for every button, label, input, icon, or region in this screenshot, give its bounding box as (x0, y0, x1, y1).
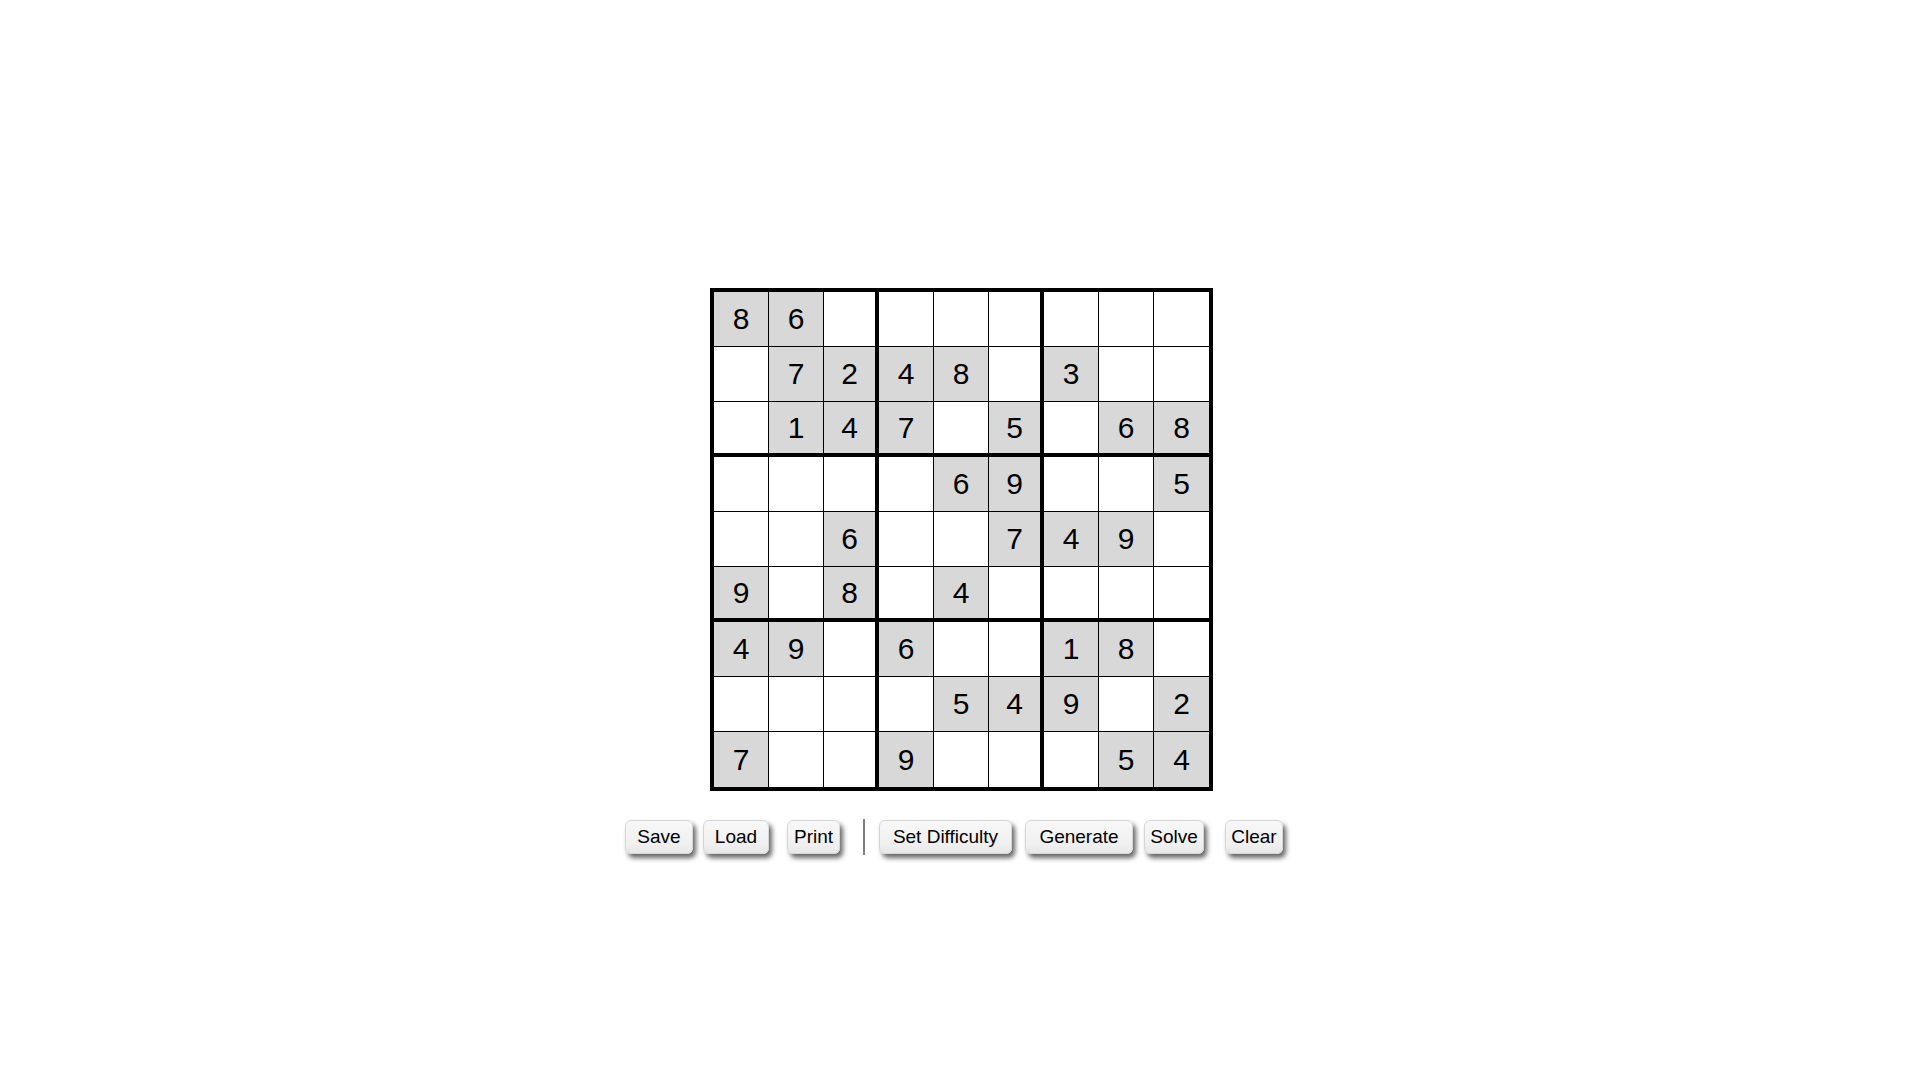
cell-r6c9[interactable] (1154, 567, 1209, 622)
cell-r9c8[interactable]: 5 (1099, 732, 1154, 787)
cell-r5c9[interactable] (1154, 512, 1209, 567)
cell-r6c8[interactable] (1099, 567, 1154, 622)
cell-r3c8[interactable]: 6 (1099, 402, 1154, 457)
cell-r2c4[interactable]: 4 (879, 347, 934, 402)
cell-r6c6[interactable] (989, 567, 1044, 622)
cell-r5c1[interactable] (714, 512, 769, 567)
cell-r7c4[interactable]: 6 (879, 622, 934, 677)
cell-r2c8[interactable] (1099, 347, 1154, 402)
cell-r8c2[interactable] (769, 677, 824, 732)
cell-r9c4[interactable]: 9 (879, 732, 934, 787)
cell-r1c7[interactable] (1044, 292, 1099, 347)
cell-r8c5[interactable]: 5 (934, 677, 989, 732)
toolbar: Save Load Print Set Difficulty Generate … (0, 820, 1920, 870)
cell-r1c4[interactable] (879, 292, 934, 347)
cell-r5c5[interactable] (934, 512, 989, 567)
cell-r5c2[interactable] (769, 512, 824, 567)
cell-r3c1[interactable] (714, 402, 769, 457)
clear-button[interactable]: Clear (1225, 820, 1283, 854)
cell-r4c7[interactable] (1044, 457, 1099, 512)
cell-r6c1[interactable]: 9 (714, 567, 769, 622)
cell-r8c8[interactable] (1099, 677, 1154, 732)
cell-r2c2[interactable]: 7 (769, 347, 824, 402)
cell-r7c5[interactable] (934, 622, 989, 677)
cell-r8c3[interactable] (824, 677, 879, 732)
cell-r2c3[interactable]: 2 (824, 347, 879, 402)
cell-r1c8[interactable] (1099, 292, 1154, 347)
cell-r4c3[interactable] (824, 457, 879, 512)
cell-r2c9[interactable] (1154, 347, 1209, 402)
cell-r3c7[interactable] (1044, 402, 1099, 457)
cell-r1c6[interactable] (989, 292, 1044, 347)
cell-r1c9[interactable] (1154, 292, 1209, 347)
cell-r7c8[interactable]: 8 (1099, 622, 1154, 677)
cell-r2c6[interactable] (989, 347, 1044, 402)
cell-r5c6[interactable]: 7 (989, 512, 1044, 567)
cell-r7c7[interactable]: 1 (1044, 622, 1099, 677)
cell-r7c9[interactable] (1154, 622, 1209, 677)
cell-r7c6[interactable] (989, 622, 1044, 677)
cell-r5c3[interactable]: 6 (824, 512, 879, 567)
cell-r1c3[interactable] (824, 292, 879, 347)
toolbar-separator (863, 819, 865, 855)
cell-r3c4[interactable]: 7 (879, 402, 934, 457)
cell-r4c4[interactable] (879, 457, 934, 512)
cell-r9c6[interactable] (989, 732, 1044, 787)
set-difficulty-button[interactable]: Set Difficulty (879, 820, 1012, 854)
cell-r5c8[interactable]: 9 (1099, 512, 1154, 567)
sudoku-board: 867248314756869567499844961854927954 (710, 288, 1213, 791)
cell-r4c8[interactable] (1099, 457, 1154, 512)
cell-r9c1[interactable]: 7 (714, 732, 769, 787)
cell-r2c1[interactable] (714, 347, 769, 402)
cell-r5c7[interactable]: 4 (1044, 512, 1099, 567)
save-button[interactable]: Save (625, 820, 693, 854)
cell-r7c2[interactable]: 9 (769, 622, 824, 677)
cell-r9c3[interactable] (824, 732, 879, 787)
cell-r9c5[interactable] (934, 732, 989, 787)
cell-r9c2[interactable] (769, 732, 824, 787)
cell-r9c7[interactable] (1044, 732, 1099, 787)
cell-r6c3[interactable]: 8 (824, 567, 879, 622)
cell-r1c2[interactable]: 6 (769, 292, 824, 347)
cell-r8c6[interactable]: 4 (989, 677, 1044, 732)
print-button[interactable]: Print (787, 820, 840, 854)
cell-r3c6[interactable]: 5 (989, 402, 1044, 457)
cell-r4c6[interactable]: 9 (989, 457, 1044, 512)
cell-r4c5[interactable]: 6 (934, 457, 989, 512)
cell-r3c2[interactable]: 1 (769, 402, 824, 457)
cell-r2c5[interactable]: 8 (934, 347, 989, 402)
cell-r2c7[interactable]: 3 (1044, 347, 1099, 402)
cell-r4c9[interactable]: 5 (1154, 457, 1209, 512)
cell-r1c5[interactable] (934, 292, 989, 347)
cell-r4c1[interactable] (714, 457, 769, 512)
cell-r6c5[interactable]: 4 (934, 567, 989, 622)
load-button[interactable]: Load (703, 820, 769, 854)
cell-r8c9[interactable]: 2 (1154, 677, 1209, 732)
cell-r6c7[interactable] (1044, 567, 1099, 622)
cell-r7c3[interactable] (824, 622, 879, 677)
cell-r8c4[interactable] (879, 677, 934, 732)
solve-button[interactable]: Solve (1144, 820, 1204, 854)
cell-r3c3[interactable]: 4 (824, 402, 879, 457)
cell-r5c4[interactable] (879, 512, 934, 567)
cell-r8c7[interactable]: 9 (1044, 677, 1099, 732)
cell-r3c9[interactable]: 8 (1154, 402, 1209, 457)
cell-r8c1[interactable] (714, 677, 769, 732)
cell-r9c9[interactable]: 4 (1154, 732, 1209, 787)
cell-r7c1[interactable]: 4 (714, 622, 769, 677)
cell-r6c2[interactable] (769, 567, 824, 622)
cell-r3c5[interactable] (934, 402, 989, 457)
generate-button[interactable]: Generate (1025, 820, 1133, 854)
cell-r4c2[interactable] (769, 457, 824, 512)
cell-r6c4[interactable] (879, 567, 934, 622)
cell-r1c1[interactable]: 8 (714, 292, 769, 347)
